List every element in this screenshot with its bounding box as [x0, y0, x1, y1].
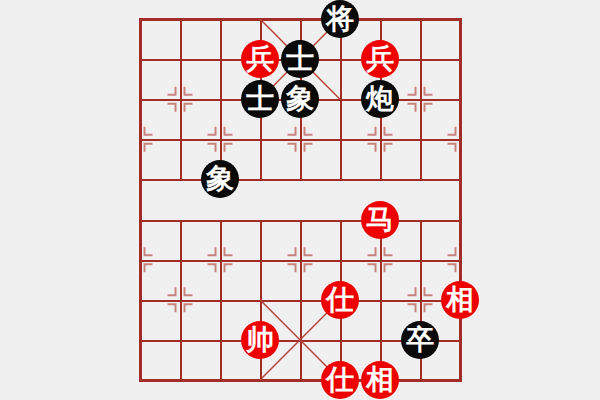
piece-red-horse[interactable]: 马 [361, 201, 399, 239]
piece-red-soldier-1[interactable]: 兵 [241, 40, 279, 78]
piece-red-advisor-1[interactable]: 仕 [321, 281, 359, 319]
board-cell [140, 59, 180, 99]
board-cell [420, 139, 460, 179]
piece-black-elephant-1[interactable]: 象 [281, 80, 319, 118]
piece-red-soldier-2[interactable]: 兵 [361, 40, 399, 78]
board-cell [140, 139, 180, 179]
piece-black-advisor-2[interactable]: 士 [241, 80, 279, 118]
board-cell [380, 260, 420, 300]
board-cell [220, 220, 260, 260]
piece-black-general[interactable]: 将 [321, 0, 359, 38]
board-cell [420, 19, 460, 59]
board-cell [260, 139, 300, 179]
board-cell [140, 99, 180, 139]
piece-red-elephant-2[interactable]: 相 [361, 361, 399, 399]
xiangqi-board[interactable]: 将兵士兵士象炮象马仕相帅卒仕相 [140, 19, 460, 380]
piece-black-soldier[interactable]: 卒 [401, 321, 439, 359]
board-cell [180, 300, 220, 340]
board-cell [340, 139, 380, 179]
board-cell [140, 300, 180, 340]
board-cell [140, 340, 180, 380]
board-cell [300, 179, 340, 219]
board-cell [260, 260, 300, 300]
board-cell [300, 139, 340, 179]
board-cell [260, 179, 300, 219]
board-cell [180, 260, 220, 300]
piece-black-elephant-2[interactable]: 象 [201, 160, 239, 198]
piece-red-general[interactable]: 帅 [241, 321, 279, 359]
board-cell [300, 220, 340, 260]
board-cell [180, 19, 220, 59]
board-cell [420, 59, 460, 99]
board-cell [420, 220, 460, 260]
board-cell [260, 220, 300, 260]
board-cell [420, 179, 460, 219]
piece-red-elephant-1[interactable]: 相 [441, 281, 479, 319]
board-cell [220, 260, 260, 300]
board-cell [180, 59, 220, 99]
piece-red-advisor-2[interactable]: 仕 [321, 361, 359, 399]
board-cell [180, 220, 220, 260]
board-cell [180, 99, 220, 139]
board-cell [140, 260, 180, 300]
board-cell [380, 139, 420, 179]
piece-black-advisor-1[interactable]: 士 [281, 40, 319, 78]
board-cell [180, 340, 220, 380]
xiangqi-app-canvas: 将兵士兵士象炮象马仕相帅卒仕相 [0, 0, 600, 400]
board-cell [140, 19, 180, 59]
board-cell [140, 179, 180, 219]
piece-black-cannon[interactable]: 炮 [361, 80, 399, 118]
board-cell [420, 99, 460, 139]
board-cell [140, 220, 180, 260]
